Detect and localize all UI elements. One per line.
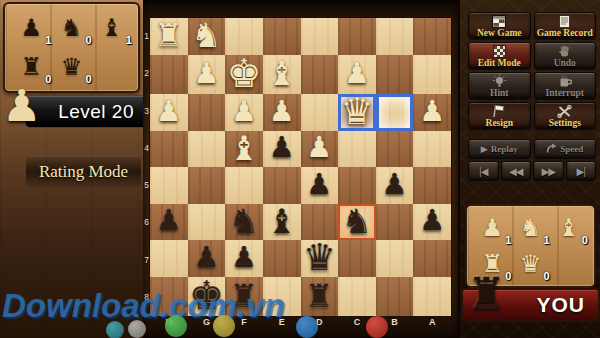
square-a7[interactable] xyxy=(413,240,451,277)
captured-knight-slot: ♞0 xyxy=(51,11,91,45)
queen-icon: ♛ xyxy=(520,252,542,276)
square-e2[interactable]: ♝ xyxy=(263,55,301,94)
black-knight[interactable]: ♞ xyxy=(342,204,372,238)
captured-queen-slot: ♛0 xyxy=(51,50,91,84)
pawn-icon: ♟ xyxy=(481,216,503,240)
white-pawn[interactable]: ♟ xyxy=(419,97,445,126)
white-pawn-icon: ♟ xyxy=(2,84,41,128)
captured-queen-count: 0 xyxy=(544,270,550,282)
square-b7[interactable] xyxy=(376,240,414,277)
square-c5[interactable] xyxy=(338,167,376,204)
square-a5[interactable] xyxy=(413,167,451,204)
square-d2[interactable] xyxy=(301,55,339,94)
square-g1[interactable]: ♞ xyxy=(188,18,226,55)
square-f8[interactable]: ♜ xyxy=(225,277,263,316)
square-h3[interactable]: ♟ xyxy=(150,94,188,131)
file-label-b: B xyxy=(376,317,414,331)
square-d4[interactable]: ♟ xyxy=(301,131,339,168)
file-label-h: H xyxy=(150,317,188,331)
play-icon: ▶ xyxy=(481,145,488,154)
interrupt-mug-icon xyxy=(558,74,572,88)
pawn-icon: ♟ xyxy=(20,16,42,40)
square-a2[interactable] xyxy=(413,55,451,94)
black-rook[interactable]: ♜ xyxy=(305,280,334,312)
settings-button[interactable]: Settings xyxy=(534,102,597,129)
speed-arrow-icon xyxy=(546,143,557,155)
button-label: Speed xyxy=(560,144,583,154)
button-label: Hint xyxy=(490,88,508,98)
resign-button[interactable]: Resign xyxy=(468,102,531,129)
fast-forward-button[interactable]: ▶▶ xyxy=(533,161,564,181)
square-b2[interactable] xyxy=(376,55,414,94)
rewind-button[interactable]: ◀◀ xyxy=(501,161,532,181)
square-b1[interactable] xyxy=(376,18,414,55)
file-label-e: E xyxy=(263,317,301,331)
board-grid: ♜♞♟♚♝♟♟♟♟♛♟♝♟♟♟♟♟♞♝♞♟♟♟♛♚♜♜ xyxy=(150,18,451,316)
rating-mode-label: Rating Mode xyxy=(39,162,128,182)
square-a3[interactable]: ♟ xyxy=(413,94,451,131)
captured-bishop-slot: ♝1 xyxy=(92,11,132,45)
white-bishop[interactable]: ♝ xyxy=(229,131,259,165)
square-h7[interactable] xyxy=(150,240,188,277)
square-h2[interactable] xyxy=(150,55,188,94)
cpu-level-label: Level 20 xyxy=(58,101,134,123)
black-pawn[interactable]: ♟ xyxy=(382,170,408,199)
black-rook-icon: ♜ xyxy=(467,272,506,316)
square-c6[interactable]: ♞ xyxy=(338,204,376,241)
square-c8[interactable] xyxy=(338,277,376,316)
skip-to-end-icon: ▶| xyxy=(577,166,585,177)
bishop-icon: ♝ xyxy=(558,216,580,240)
square-g8[interactable]: ♚ xyxy=(188,277,226,316)
settings-wrenches-icon xyxy=(557,104,572,118)
white-pawn[interactable]: ♟ xyxy=(344,59,370,88)
menu-button-grid: New Game Game Record Edit Mode Undo Hint xyxy=(468,12,596,129)
square-c2[interactable]: ♟ xyxy=(338,55,376,94)
square-d6[interactable] xyxy=(301,204,339,241)
knight-icon: ♞ xyxy=(61,16,83,40)
square-f5[interactable] xyxy=(225,167,263,204)
square-e6[interactable]: ♝ xyxy=(263,204,301,241)
black-bishop[interactable]: ♝ xyxy=(266,204,296,238)
square-a1[interactable] xyxy=(413,18,451,55)
resign-flag-icon xyxy=(492,104,506,118)
captured-pawn-slot: ♟1 xyxy=(473,211,511,245)
file-label-a: A xyxy=(413,317,451,331)
file-label-f: F xyxy=(225,317,263,331)
white-pawn[interactable]: ♟ xyxy=(231,97,257,126)
square-a8[interactable] xyxy=(413,277,451,316)
square-g2[interactable]: ♟ xyxy=(188,55,226,94)
undo-button[interactable]: Undo xyxy=(534,42,597,69)
square-g6[interactable] xyxy=(188,204,226,241)
button-label: Game Record xyxy=(537,28,593,38)
button-label: New Game xyxy=(477,28,522,38)
white-pawn[interactable]: ♟ xyxy=(269,97,295,126)
captured-black-pieces-tray: ♟1♞0♝1♜0♛0 xyxy=(3,2,140,93)
rank-label-5: 5 xyxy=(143,167,150,204)
rank-label-3: 3 xyxy=(143,93,150,130)
white-king[interactable]: ♚ xyxy=(227,54,262,93)
square-e4[interactable]: ♟ xyxy=(263,131,301,168)
captured-pawn-slot: ♟1 xyxy=(11,11,51,45)
square-e5[interactable] xyxy=(263,167,301,204)
rank-label-2: 2 xyxy=(143,55,150,92)
left-panel: ♟1♞0♝1♜0♛0 Level 20 ♟ Rating Mode xyxy=(0,0,143,338)
you-label: YOU xyxy=(536,293,585,317)
file-label-g: G xyxy=(188,317,226,331)
edit-mode-button[interactable]: Edit Mode xyxy=(468,42,531,69)
button-label: Interrupt xyxy=(545,88,584,98)
square-f6[interactable]: ♞ xyxy=(225,204,263,241)
black-knight[interactable]: ♞ xyxy=(229,204,259,238)
square-g3[interactable] xyxy=(188,94,226,131)
square-f7[interactable]: ♟ xyxy=(225,240,263,277)
button-label: Undo xyxy=(554,58,576,68)
black-pawn[interactable]: ♟ xyxy=(269,133,295,162)
rewind-icon: ◀◀ xyxy=(509,166,522,177)
button-label: Settings xyxy=(549,118,581,128)
interrupt-button[interactable]: Interrupt xyxy=(534,72,597,99)
knight-icon: ♞ xyxy=(520,216,542,240)
bishop-icon: ♝ xyxy=(101,16,123,40)
rank-label-8: 8 xyxy=(143,279,150,316)
captured-bishop-slot: ♝0 xyxy=(550,211,588,245)
black-queen[interactable]: ♛ xyxy=(303,239,336,276)
replay-button[interactable]: ▶ Replay xyxy=(468,139,531,159)
replay-controls: ▶ Replay Speed xyxy=(468,139,596,159)
hint-bulb-icon xyxy=(492,74,507,88)
square-f1[interactable] xyxy=(225,18,263,55)
square-b8[interactable] xyxy=(376,277,414,316)
square-b6[interactable] xyxy=(376,204,414,241)
speed-button[interactable]: Speed xyxy=(534,139,597,159)
file-label-d: D xyxy=(301,317,339,331)
square-g7[interactable]: ♟ xyxy=(188,240,226,277)
square-g5[interactable] xyxy=(188,167,226,204)
square-a4[interactable] xyxy=(413,131,451,168)
square-b5[interactable]: ♟ xyxy=(376,167,414,204)
file-label-c: C xyxy=(338,317,376,331)
captured-queen-count: 0 xyxy=(86,73,92,85)
white-knight[interactable]: ♞ xyxy=(191,18,221,52)
undo-hand-icon xyxy=(558,44,571,58)
fast-forward-icon: ▶▶ xyxy=(542,166,555,177)
black-king[interactable]: ♚ xyxy=(189,276,224,315)
new-game-button[interactable]: New Game xyxy=(468,12,531,39)
captured-rook-slot: ♜0 xyxy=(11,50,51,84)
square-h6[interactable]: ♟ xyxy=(150,204,188,241)
square-e8[interactable] xyxy=(263,277,301,316)
square-d7[interactable]: ♛ xyxy=(301,240,339,277)
button-label: Replay xyxy=(491,144,518,154)
black-rook[interactable]: ♜ xyxy=(230,280,259,312)
square-d5[interactable]: ♟ xyxy=(301,167,339,204)
square-e1[interactable] xyxy=(263,18,301,55)
square-b3[interactable] xyxy=(376,94,414,131)
captured-queen-slot: ♛0 xyxy=(511,247,549,281)
white-pawn[interactable]: ♟ xyxy=(306,133,332,162)
rank-label-6: 6 xyxy=(143,204,150,241)
white-pawn[interactable]: ♟ xyxy=(156,97,182,126)
square-f3[interactable]: ♟ xyxy=(225,94,263,131)
skip-to-end-button[interactable]: ▶| xyxy=(566,161,597,181)
rook-icon: ♜ xyxy=(20,55,42,79)
square-h8[interactable] xyxy=(150,277,188,316)
rank-label-7: 7 xyxy=(143,242,150,279)
black-pawn[interactable]: ♟ xyxy=(306,170,332,199)
new-game-icon xyxy=(492,14,506,28)
square-a6[interactable]: ♟ xyxy=(413,204,451,241)
square-h4[interactable] xyxy=(150,131,188,168)
square-d1[interactable] xyxy=(301,18,339,55)
square-d8[interactable]: ♜ xyxy=(301,277,339,316)
square-c1[interactable] xyxy=(338,18,376,55)
square-e7[interactable] xyxy=(263,240,301,277)
file-labels: HGFEDCBA xyxy=(150,317,451,331)
rank-labels: 12345678 xyxy=(143,18,150,316)
square-h1[interactable]: ♜ xyxy=(150,18,188,55)
square-c3[interactable]: ♛ xyxy=(338,94,376,131)
edit-mode-icon xyxy=(493,44,506,58)
square-c4[interactable] xyxy=(338,131,376,168)
square-e3[interactable]: ♟ xyxy=(263,94,301,131)
square-c7[interactable] xyxy=(338,240,376,277)
queen-icon: ♛ xyxy=(61,55,83,79)
black-pawn[interactable]: ♟ xyxy=(193,243,219,272)
button-label: Edit Mode xyxy=(478,58,521,68)
rank-label-1: 1 xyxy=(143,18,150,55)
white-pawn[interactable]: ♟ xyxy=(193,59,219,88)
black-pawn[interactable]: ♟ xyxy=(231,243,257,272)
square-f4[interactable]: ♝ xyxy=(225,131,263,168)
white-bishop[interactable]: ♝ xyxy=(266,56,296,90)
hint-button[interactable]: Hint xyxy=(468,72,531,99)
rank-label-4: 4 xyxy=(143,130,150,167)
square-f2[interactable]: ♚ xyxy=(225,55,263,94)
mode-bar: Rating Mode xyxy=(26,156,141,187)
captured-bishop-count: 0 xyxy=(582,234,588,246)
white-rook[interactable]: ♜ xyxy=(154,19,183,51)
black-pawn[interactable]: ♟ xyxy=(156,206,182,235)
white-queen[interactable]: ♛ xyxy=(340,93,373,130)
square-g4[interactable] xyxy=(188,131,226,168)
skip-to-start-icon: |◀ xyxy=(479,166,487,177)
captured-knight-slot: ♞1 xyxy=(511,211,549,245)
square-b4[interactable] xyxy=(376,131,414,168)
game-record-icon xyxy=(558,14,571,28)
black-pawn[interactable]: ♟ xyxy=(419,206,445,235)
media-controls: |◀ ◀◀ ▶▶ ▶| xyxy=(468,161,596,181)
square-h5[interactable] xyxy=(150,167,188,204)
cpu-level-bar: Level 20 xyxy=(25,95,143,128)
square-d3[interactable] xyxy=(301,94,339,131)
game-record-button[interactable]: Game Record xyxy=(534,12,597,39)
captured-bishop-count: 1 xyxy=(126,34,132,46)
button-label: Resign xyxy=(486,118,513,128)
chess-app-screen: ♟1♞0♝1♜0♛0 Level 20 ♟ Rating Mode 123456… xyxy=(0,0,600,338)
skip-to-start-button[interactable]: |◀ xyxy=(468,161,499,181)
